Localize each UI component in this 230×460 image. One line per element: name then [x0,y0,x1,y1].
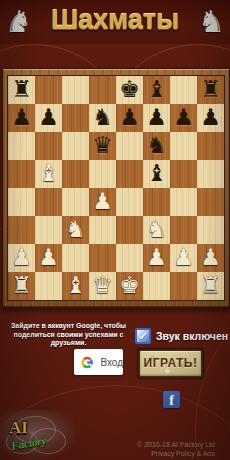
square-h5[interactable] [197,160,224,188]
checkmark-icon: ✓ [138,330,147,342]
google-signin-label: Вход [100,357,123,368]
square-d4[interactable]: ♟ [89,188,116,216]
square-e7[interactable]: ♟ [116,104,143,132]
square-g2[interactable]: ♟ [170,244,197,272]
square-c5[interactable] [62,160,89,188]
square-a1[interactable]: ♜ [8,272,35,300]
privacy-link[interactable]: Privacy Policy & Ads [137,449,215,458]
black-pawn: ♟ [8,104,35,132]
square-c3[interactable]: ♞ [62,216,89,244]
app-title: Шахматы [0,5,230,36]
facebook-icon: f [169,393,174,408]
square-f6[interactable]: ♞ [143,132,170,160]
square-b8[interactable] [35,76,62,104]
square-c6[interactable] [62,132,89,160]
square-d5[interactable] [89,160,116,188]
square-g6[interactable] [170,132,197,160]
google-logo-icon [80,355,94,370]
white-pawn: ♟ [197,244,224,272]
square-a4[interactable] [8,188,35,216]
square-e4[interactable] [116,188,143,216]
square-d3[interactable] [89,216,116,244]
sound-label: Звук включен [156,330,228,342]
square-f5[interactable]: ♝ [143,160,170,188]
knight-logo-right-icon: ♞ [198,4,225,40]
square-a7[interactable]: ♟ [8,104,35,132]
prompt-line-2: поделиться своими успехами с [8,331,129,340]
black-pawn: ♟ [170,104,197,132]
square-h2[interactable]: ♟ [197,244,224,272]
square-h4[interactable] [197,188,224,216]
header: ♞ Шахматы ♞ [0,0,230,44]
square-c8[interactable] [62,76,89,104]
sound-checkbox[interactable]: ✓ [135,328,151,344]
white-pawn: ♟ [89,188,116,216]
square-b6[interactable] [35,132,62,160]
white-rook: ♜ [8,272,35,300]
square-b1[interactable] [35,272,62,300]
prompt-line-3: друзьями. [8,339,129,348]
square-a8[interactable]: ♜ [8,76,35,104]
ai-factory-logo: AI Factory [0,410,76,460]
white-pawn: ♟ [8,244,35,272]
square-h7[interactable]: ♟ [197,104,224,132]
square-h8[interactable]: ♜ [197,76,224,104]
white-queen: ♛ [89,272,116,300]
white-pawn: ♟ [35,244,62,272]
square-g5[interactable] [170,160,197,188]
black-rook: ♜ [8,76,35,104]
square-g3[interactable] [170,216,197,244]
square-e8[interactable]: ♚ [116,76,143,104]
square-a5[interactable] [8,160,35,188]
square-e2[interactable] [116,244,143,272]
black-king: ♚ [116,76,143,104]
square-c7[interactable] [62,104,89,132]
google-signin-prompt: Зайдите в аккаунт Google, чтобы поделить… [8,322,129,348]
square-d2[interactable] [89,244,116,272]
square-e1[interactable]: ♚ [116,272,143,300]
square-f7[interactable]: ♟ [143,104,170,132]
square-a3[interactable] [8,216,35,244]
square-f3[interactable]: ♞ [143,216,170,244]
square-g4[interactable] [170,188,197,216]
black-pawn: ♟ [116,104,143,132]
black-queen: ♛ [89,132,116,160]
square-e5[interactable] [116,160,143,188]
black-bishop: ♝ [143,76,170,104]
black-pawn: ♟ [35,104,62,132]
square-g1[interactable] [170,272,197,300]
black-pawn: ♟ [197,104,224,132]
facebook-button[interactable]: f [163,391,180,408]
white-knight: ♞ [143,216,170,244]
square-h1[interactable]: ♜ [197,272,224,300]
square-c4[interactable] [62,188,89,216]
black-knight: ♞ [143,132,170,160]
white-bishop: ♝ [35,160,62,188]
white-pawn: ♟ [170,244,197,272]
square-g7[interactable]: ♟ [170,104,197,132]
square-d8[interactable] [89,76,116,104]
chess-board-frame: ♜♚♝♜♟♟♞♟♟♟♟♛♞♝♝♟♞♞♟♟♟♟♟♜♝♛♚♜ [2,68,230,308]
square-b7[interactable]: ♟ [35,104,62,132]
white-pawn: ♟ [143,244,170,272]
white-rook: ♜ [197,272,224,300]
square-b4[interactable] [35,188,62,216]
black-bishop: ♝ [143,160,170,188]
white-king: ♚ [116,272,143,300]
square-c2[interactable] [62,244,89,272]
board-grid[interactable]: ♜♚♝♜♟♟♞♟♟♟♟♛♞♝♝♟♞♞♟♟♟♟♟♜♝♛♚♜ [7,75,225,301]
black-knight: ♞ [89,104,116,132]
square-d7[interactable]: ♞ [89,104,116,132]
square-d6[interactable]: ♛ [89,132,116,160]
arc-ornament-bottom-right [195,300,230,460]
google-signin-button[interactable]: Вход [74,349,123,375]
square-f2[interactable]: ♟ [143,244,170,272]
square-e6[interactable] [116,132,143,160]
square-e3[interactable] [116,216,143,244]
black-rook: ♜ [197,76,224,104]
play-button[interactable]: ИГРАТЬ! [138,349,203,378]
logo-ai-text: AI [9,418,28,438]
white-bishop: ♝ [62,272,89,300]
square-d1[interactable]: ♛ [89,272,116,300]
square-c1[interactable]: ♝ [62,272,89,300]
square-h6[interactable] [197,132,224,160]
square-a2[interactable]: ♟ [8,244,35,272]
square-f8[interactable]: ♝ [143,76,170,104]
square-f1[interactable] [143,272,170,300]
square-f4[interactable] [143,188,170,216]
copyright-text: © 2010-18 AI Factory Ltd [137,440,215,449]
square-b5[interactable]: ♝ [35,160,62,188]
square-b3[interactable] [35,216,62,244]
white-knight: ♞ [62,216,89,244]
square-h3[interactable] [197,216,224,244]
square-g8[interactable] [170,76,197,104]
copyright-block: © 2010-18 AI Factory Ltd Privacy Policy … [137,440,215,458]
sound-toggle-row: ✓ Звук включен [135,328,228,344]
square-a6[interactable] [8,132,35,160]
prompt-line-1: Зайдите в аккаунт Google, чтобы [8,322,129,331]
black-pawn: ♟ [143,104,170,132]
square-b2[interactable]: ♟ [35,244,62,272]
